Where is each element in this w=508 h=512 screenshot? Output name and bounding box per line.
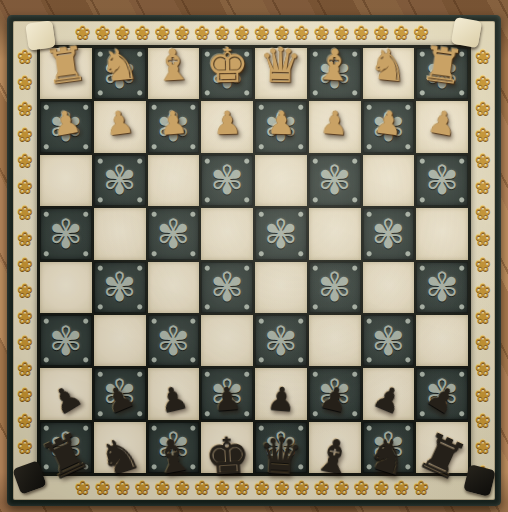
white-queen-d1[interactable]: ♛	[259, 43, 303, 86]
carved-rosette-tile: ✾	[363, 208, 415, 259]
black-queen-d8[interactable]: ♛	[257, 433, 305, 480]
carved-rosette-tile: ✾	[416, 155, 468, 206]
carved-rosette-tile: ✾	[94, 262, 146, 313]
white-bishop-c1[interactable]: ♝	[314, 44, 355, 86]
square-h7[interactable]: ♟	[40, 368, 92, 419]
white-pawn-e2[interactable]: ♟	[212, 108, 241, 139]
black-pawn-b7[interactable]: ♟	[369, 380, 407, 419]
white-king-e1[interactable]: ♚	[205, 43, 249, 86]
square-a4[interactable]	[416, 208, 468, 259]
square-h4[interactable]: ✾	[40, 208, 92, 259]
square-g7[interactable]: ✾♟	[94, 368, 146, 419]
square-c5[interactable]: ✾	[309, 262, 361, 313]
square-c3[interactable]: ✾	[309, 155, 361, 206]
square-b5[interactable]	[363, 262, 415, 313]
square-e6[interactable]	[201, 315, 253, 366]
square-b2[interactable]: ✾♟	[363, 101, 415, 152]
square-a1[interactable]: ✾♜	[416, 48, 468, 99]
white-pawn-d2[interactable]: ♟	[266, 108, 295, 139]
carved-rosette-tile: ✾	[148, 208, 200, 259]
square-g2[interactable]: ♟	[94, 101, 146, 152]
square-e1[interactable]: ✾♚	[201, 48, 253, 99]
carved-rosette-tile: ✾	[255, 315, 307, 366]
square-e3[interactable]: ✾	[201, 155, 253, 206]
square-a6[interactable]	[416, 315, 468, 366]
square-f8[interactable]: ✾♝	[148, 422, 200, 473]
ornate-border-band: ❀❀❀❀❀❀❀❀❀❀❀❀❀❀❀❀❀❀ ❀❀❀❀❀❀❀❀❀❀❀❀❀❀❀❀❀❀ ❀❀…	[13, 21, 495, 500]
white-pawn-c2[interactable]: ♟	[319, 107, 350, 139]
square-g1[interactable]: ✾♞	[94, 48, 146, 99]
square-c6[interactable]	[309, 315, 361, 366]
white-knight-g1[interactable]: ♞	[99, 43, 141, 87]
square-g3[interactable]: ✾	[94, 155, 146, 206]
table-corner-block-top-right	[451, 17, 482, 48]
white-pawn-h2[interactable]: ♟	[49, 106, 83, 141]
square-d3[interactable]	[255, 155, 307, 206]
gold-scroll-border-left: ❀❀❀❀❀❀❀❀❀❀❀❀❀❀❀❀❀	[14, 45, 36, 476]
square-b7[interactable]: ♟	[363, 368, 415, 419]
square-d5[interactable]	[255, 262, 307, 313]
square-b8[interactable]: ✾♞	[363, 422, 415, 473]
square-c7[interactable]: ✾♟	[309, 368, 361, 419]
square-b6[interactable]: ✾	[363, 315, 415, 366]
square-c1[interactable]: ✾♝	[309, 48, 361, 99]
square-g6[interactable]	[94, 315, 146, 366]
square-c4[interactable]	[309, 208, 361, 259]
square-e8[interactable]: ♚	[201, 422, 253, 473]
square-d4[interactable]: ✾	[255, 208, 307, 259]
white-bishop-f1[interactable]: ♝	[153, 44, 194, 86]
square-h6[interactable]: ✾	[40, 315, 92, 366]
square-f7[interactable]: ♟	[148, 368, 200, 419]
square-f5[interactable]	[148, 262, 200, 313]
black-pawn-f7[interactable]: ♟	[156, 381, 191, 417]
square-g5[interactable]: ✾	[94, 262, 146, 313]
carved-rosette-tile: ✾	[148, 315, 200, 366]
black-knight-b8[interactable]: ♞	[363, 430, 415, 483]
square-g8[interactable]: ♞	[94, 422, 146, 473]
square-h8[interactable]: ✾♜	[40, 422, 92, 473]
wood-floor-background: ❀❀❀❀❀❀❀❀❀❀❀❀❀❀❀❀❀❀ ❀❀❀❀❀❀❀❀❀❀❀❀❀❀❀❀❀❀ ❀❀…	[0, 0, 508, 512]
carved-rosette-tile: ✾	[309, 262, 361, 313]
white-pawn-g2[interactable]: ♟	[103, 106, 135, 139]
square-a7[interactable]: ✾♟	[416, 368, 468, 419]
square-a2[interactable]: ♟	[416, 101, 468, 152]
white-pawn-f2[interactable]: ♟	[158, 107, 189, 139]
square-h2[interactable]: ✾♟	[40, 101, 92, 152]
black-pawn-h7[interactable]: ♟	[46, 379, 86, 420]
white-pawn-b2[interactable]: ♟	[372, 106, 404, 139]
black-pawn-a7[interactable]: ♟	[422, 379, 462, 420]
black-bishop-f8[interactable]: ♝	[149, 432, 197, 481]
carved-rosette-tile: ✾	[40, 208, 92, 259]
carved-rosette-tile: ✾	[416, 262, 468, 313]
square-b4[interactable]: ✾	[363, 208, 415, 259]
square-b1[interactable]: ♞	[363, 48, 415, 99]
black-rook-a8[interactable]: ♜	[412, 427, 472, 486]
black-king-e8[interactable]: ♚	[203, 433, 251, 480]
square-d7[interactable]: ♟	[255, 368, 307, 419]
square-a8[interactable]: ♜	[416, 422, 468, 473]
carved-rosette-tile: ✾	[201, 262, 253, 313]
square-d1[interactable]: ♛	[255, 48, 307, 99]
square-d2[interactable]: ✾♟	[255, 101, 307, 152]
gold-scroll-border-right: ❀❀❀❀❀❀❀❀❀❀❀❀❀❀❀❀❀	[472, 45, 494, 476]
carved-rosette-tile: ✾	[309, 155, 361, 206]
white-pawn-a2[interactable]: ♟	[425, 106, 459, 141]
square-a5[interactable]: ✾	[416, 262, 468, 313]
square-f6[interactable]: ✾	[148, 315, 200, 366]
square-e7[interactable]: ✾♟	[201, 368, 253, 419]
black-pawn-g7[interactable]: ♟	[101, 380, 139, 419]
square-d6[interactable]: ✾	[255, 315, 307, 366]
black-knight-g8[interactable]: ♞	[94, 430, 146, 483]
black-pawn-e7[interactable]: ♟	[212, 383, 243, 415]
square-g4[interactable]	[94, 208, 146, 259]
square-e2[interactable]: ♟	[201, 101, 253, 152]
square-c8[interactable]: ♝	[309, 422, 361, 473]
square-e5[interactable]: ✾	[201, 262, 253, 313]
chess-table: ❀❀❀❀❀❀❀❀❀❀❀❀❀❀❀❀❀❀ ❀❀❀❀❀❀❀❀❀❀❀❀❀❀❀❀❀❀ ❀❀…	[7, 15, 501, 506]
gold-scroll-border-bottom: ❀❀❀❀❀❀❀❀❀❀❀❀❀❀❀❀❀❀	[37, 477, 471, 499]
square-f3[interactable]	[148, 155, 200, 206]
carved-rosette-tile: ✾	[201, 155, 253, 206]
square-h5[interactable]	[40, 262, 92, 313]
square-d8[interactable]: ✾♛	[255, 422, 307, 473]
carved-rosette-tile: ✾	[40, 315, 92, 366]
black-pawn-c7[interactable]: ♟	[317, 381, 352, 417]
square-c2[interactable]: ♟	[309, 101, 361, 152]
square-b3[interactable]	[363, 155, 415, 206]
carved-rosette-tile: ✾	[363, 315, 415, 366]
white-knight-b1[interactable]: ♞	[367, 43, 409, 87]
square-e4[interactable]	[201, 208, 253, 259]
square-a3[interactable]: ✾	[416, 155, 468, 206]
white-rook-a1[interactable]: ♜	[418, 41, 466, 88]
black-bishop-c8[interactable]: ♝	[311, 432, 359, 481]
carved-rosette-tile: ✾	[255, 208, 307, 259]
square-h3[interactable]	[40, 155, 92, 206]
table-corner-block-top-left	[25, 20, 55, 50]
square-f1[interactable]: ♝	[148, 48, 200, 99]
square-f4[interactable]: ✾	[148, 208, 200, 259]
white-rook-h1[interactable]: ♜	[42, 41, 90, 88]
carved-rosette-tile: ✾	[94, 155, 146, 206]
black-rook-h8[interactable]: ♜	[36, 427, 96, 486]
black-pawn-d7[interactable]: ♟	[265, 383, 296, 415]
square-h1[interactable]: ♜	[40, 48, 92, 99]
chess-board: ♜✾♞♝✾♚♛✾♝♞✾♜✾♟♟✾♟♟✾♟♟✾♟♟✾✾✾✾✾✾✾✾✾✾✾✾✾✾✾✾…	[37, 45, 471, 476]
square-f2[interactable]: ✾♟	[148, 101, 200, 152]
